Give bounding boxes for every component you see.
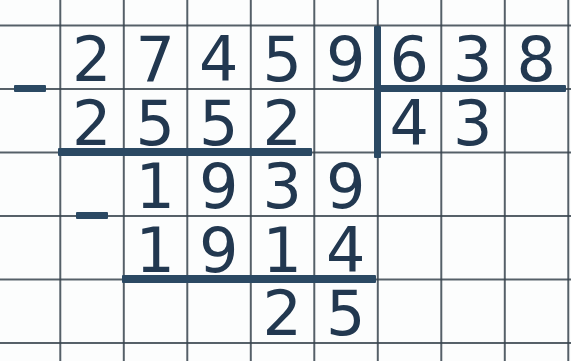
- cell-digit-r5-c5: 5: [314, 279, 378, 343]
- cell-digit-r4-c5: 4: [314, 216, 378, 280]
- minus-sign-1: [14, 85, 46, 93]
- divisor-underline: [376, 85, 567, 93]
- cell-digit-r1-c1: 2: [60, 25, 124, 89]
- cell-digit-r3-c4: 3: [251, 152, 315, 216]
- cell-digit-r3-c2: 1: [124, 152, 188, 216]
- cell-digit-r2-c4: 2: [251, 89, 315, 153]
- division-board: 274596382552431939191425: [0, 0, 571, 361]
- cell-digit-r1-c5: 9: [314, 25, 378, 89]
- cell-digit-r4-c2: 1: [124, 216, 188, 280]
- cell-digit-r2-c1: 2: [60, 89, 124, 153]
- cell-digit-r1-c6: 6: [378, 25, 442, 89]
- cell-digit-r1-c8: 8: [505, 25, 569, 89]
- minus-sign-2: [76, 212, 108, 220]
- cell-digit-r5-c4: 2: [251, 279, 315, 343]
- subtraction-1-underline: [58, 148, 312, 156]
- cell-digit-r2-c6: 4: [378, 89, 442, 153]
- cell-digit-r2-c3: 5: [187, 89, 251, 153]
- cell-digit-r1-c7: 3: [441, 25, 505, 89]
- cell-digit-r1-c3: 4: [187, 25, 251, 89]
- cell-digit-r1-c4: 5: [251, 25, 315, 89]
- cell-digit-r1-c2: 7: [124, 25, 188, 89]
- cell-digit-r2-c2: 5: [124, 89, 188, 153]
- cell-digit-r4-c3: 9: [187, 216, 251, 280]
- subtraction-2-underline: [122, 275, 376, 283]
- cell-digit-r3-c3: 9: [187, 152, 251, 216]
- cell-digit-r3-c5: 9: [314, 152, 378, 216]
- cell-digit-r2-c7: 3: [441, 89, 505, 153]
- cell-digit-r4-c4: 1: [251, 216, 315, 280]
